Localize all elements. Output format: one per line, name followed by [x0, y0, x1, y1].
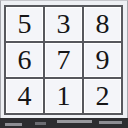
grid-cell-r0c1[interactable]: 3 — [45, 7, 82, 41]
cropped-content-fragment — [5, 123, 22, 126]
grid-cell-r2c2[interactable]: 2 — [84, 79, 121, 113]
grid-cell-r2c1[interactable]: 1 — [45, 79, 82, 113]
cropped-content-band — [0, 118, 128, 128]
grid-cell-r1c2[interactable]: 9 — [84, 43, 121, 77]
grid-cell-r0c2[interactable]: 8 — [84, 7, 121, 41]
cropped-content-fragment — [57, 120, 92, 123]
cropped-content-fragment — [99, 121, 122, 124]
grid-cell-r2c0[interactable]: 4 — [6, 79, 43, 113]
grid-cell-r0c0[interactable]: 5 — [6, 7, 43, 41]
cropped-content-fragment — [35, 122, 46, 125]
number-grid-board: 5 3 8 6 7 9 4 1 2 — [4, 5, 123, 115]
grid-cell-r1c1[interactable]: 7 — [45, 43, 82, 77]
grid-cell-r1c0[interactable]: 6 — [6, 43, 43, 77]
